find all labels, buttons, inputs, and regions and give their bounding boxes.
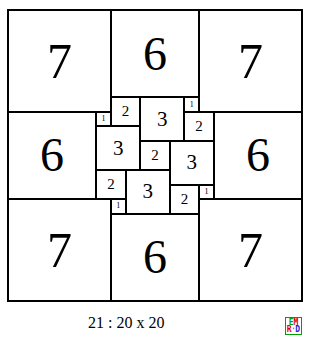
square-1: 1	[96, 112, 111, 127]
square-size-label: 7	[238, 225, 263, 275]
square-size-label: 2	[151, 148, 159, 163]
square-3: 3	[96, 126, 140, 170]
square-size-label: 6	[143, 30, 167, 78]
square-size-label: 1	[102, 115, 106, 123]
square-1: 1	[111, 199, 126, 214]
emrd-logo: EM R'D	[285, 317, 302, 335]
square-7: 7	[199, 199, 302, 301]
square-size-label: 3	[157, 109, 168, 130]
square-6: 6	[111, 214, 199, 301]
square-2: 2	[140, 141, 169, 170]
square-size-label: 1	[204, 188, 208, 196]
square-7: 7	[8, 10, 111, 112]
square-size-label: 6	[143, 233, 167, 281]
square-2: 2	[111, 97, 140, 126]
square-size-label: 3	[186, 152, 197, 173]
square-3: 3	[126, 170, 170, 214]
logo-row-bottom: R'D	[286, 326, 301, 333]
squared-square-diagram: 767231612632323217176 21 : 20 x 20 EM R'…	[0, 0, 310, 341]
square-6: 6	[8, 112, 96, 199]
square-size-label: 3	[142, 181, 153, 202]
square-size-label: 1	[116, 202, 120, 210]
caption: 21 : 20 x 20	[88, 314, 164, 332]
square-size-label: 1	[190, 101, 194, 109]
square-2: 2	[96, 170, 125, 199]
square-size-label: 7	[47, 36, 72, 86]
square-size-label: 2	[195, 119, 203, 134]
square-7: 7	[8, 199, 111, 301]
squared-square-board: 767231612632323217176	[7, 9, 303, 302]
square-size-label: 7	[47, 225, 72, 275]
square-size-label: 2	[122, 104, 130, 119]
square-2: 2	[184, 112, 213, 141]
square-size-label: 3	[113, 138, 124, 159]
square-size-label: 6	[40, 131, 64, 179]
logo-letter: D	[295, 326, 300, 333]
square-7: 7	[199, 10, 302, 112]
square-6: 6	[214, 112, 302, 199]
square-size-label: 6	[246, 131, 270, 179]
square-6: 6	[111, 10, 199, 97]
square-3: 3	[140, 97, 184, 141]
square-size-label: 7	[238, 36, 263, 86]
square-1: 1	[199, 185, 214, 200]
square-2: 2	[170, 185, 199, 214]
square-size-label: 2	[107, 177, 115, 192]
square-1: 1	[184, 97, 199, 112]
square-3: 3	[170, 141, 214, 185]
square-size-label: 2	[181, 192, 189, 207]
